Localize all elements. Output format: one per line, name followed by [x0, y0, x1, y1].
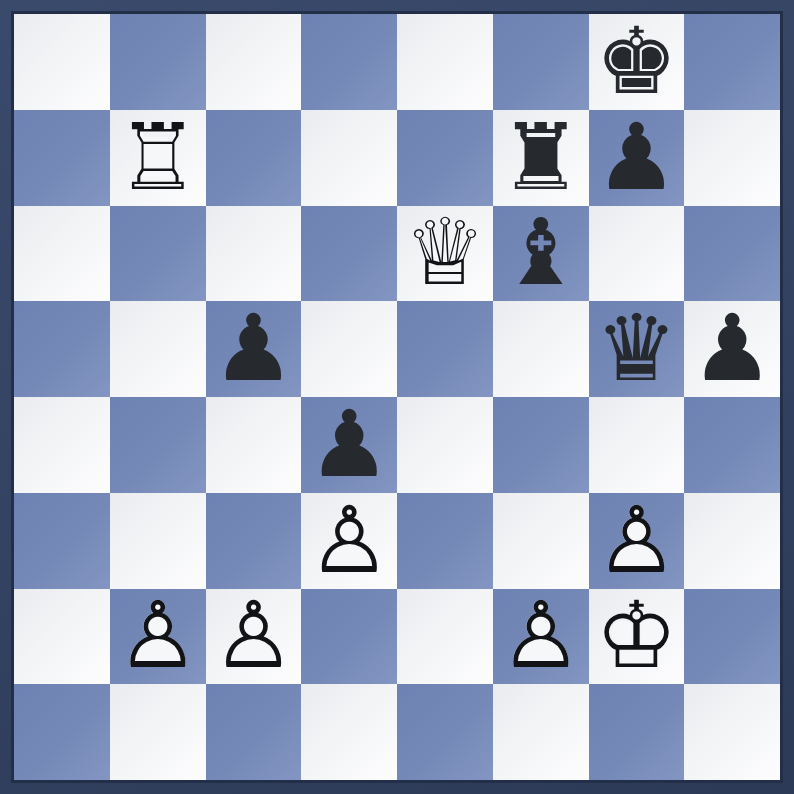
white-pawn-outline-glyph: ♙ [110, 589, 206, 685]
square-e1[interactable] [397, 684, 493, 780]
black-queen-glyph: ♛ [589, 301, 685, 397]
square-g5[interactable]: ♛ [589, 301, 685, 397]
square-d6[interactable] [301, 206, 397, 302]
square-a6[interactable] [14, 206, 110, 302]
black-pawn[interactable]: ♟ [301, 397, 397, 493]
white-king-outline-glyph: ♔ [589, 589, 685, 685]
square-e7[interactable] [397, 110, 493, 206]
square-f1[interactable] [493, 684, 589, 780]
square-d2[interactable] [301, 589, 397, 685]
square-a2[interactable] [14, 589, 110, 685]
black-rook-glyph: ♜ [493, 110, 589, 206]
square-h3[interactable] [684, 493, 780, 589]
square-f7[interactable]: ♜ [493, 110, 589, 206]
square-b5[interactable] [110, 301, 206, 397]
square-c1[interactable] [206, 684, 302, 780]
square-g3[interactable]: ♟♙ [589, 493, 685, 589]
square-e8[interactable] [397, 14, 493, 110]
square-d3[interactable]: ♟♙ [301, 493, 397, 589]
square-g8[interactable]: ♚ [589, 14, 685, 110]
square-c5[interactable]: ♟ [206, 301, 302, 397]
black-pawn-glyph: ♟ [301, 397, 397, 493]
black-king-glyph: ♚ [589, 14, 685, 110]
square-b6[interactable] [110, 206, 206, 302]
black-king[interactable]: ♚ [589, 14, 685, 110]
square-a1[interactable] [14, 684, 110, 780]
white-pawn-outline-glyph: ♙ [493, 589, 589, 685]
square-h7[interactable] [684, 110, 780, 206]
square-a8[interactable] [14, 14, 110, 110]
chess-board: ♚♜♖♜♟♛♕♝♟♛♟♟♟♙♟♙♟♙♟♙♟♙♚♔ [11, 11, 783, 783]
square-a5[interactable] [14, 301, 110, 397]
square-f4[interactable] [493, 397, 589, 493]
square-f5[interactable] [493, 301, 589, 397]
square-e5[interactable] [397, 301, 493, 397]
square-d4[interactable]: ♟ [301, 397, 397, 493]
square-a4[interactable] [14, 397, 110, 493]
square-b2[interactable]: ♟♙ [110, 589, 206, 685]
square-h5[interactable]: ♟ [684, 301, 780, 397]
square-f3[interactable] [493, 493, 589, 589]
square-e6[interactable]: ♛♕ [397, 206, 493, 302]
square-b4[interactable] [110, 397, 206, 493]
square-b7[interactable]: ♜♖ [110, 110, 206, 206]
square-d5[interactable] [301, 301, 397, 397]
black-pawn-glyph: ♟ [684, 301, 780, 397]
square-d8[interactable] [301, 14, 397, 110]
square-g6[interactable] [589, 206, 685, 302]
black-bishop[interactable]: ♝ [493, 206, 589, 302]
white-pawn[interactable]: ♟♙ [206, 589, 302, 685]
square-b1[interactable] [110, 684, 206, 780]
square-a7[interactable] [14, 110, 110, 206]
square-h2[interactable] [684, 589, 780, 685]
white-pawn-outline-glyph: ♙ [206, 589, 302, 685]
black-queen[interactable]: ♛ [589, 301, 685, 397]
square-f6[interactable]: ♝ [493, 206, 589, 302]
board-frame: ♚♜♖♜♟♛♕♝♟♛♟♟♟♙♟♙♟♙♟♙♟♙♚♔ [0, 0, 794, 794]
white-pawn-outline-glyph: ♙ [589, 493, 685, 589]
white-rook-outline-glyph: ♖ [110, 110, 206, 206]
page: ♚♜♖♜♟♛♕♝♟♛♟♟♟♙♟♙♟♙♟♙♟♙♚♔ [0, 0, 794, 794]
black-pawn-glyph: ♟ [589, 110, 685, 206]
square-c7[interactable] [206, 110, 302, 206]
square-g2[interactable]: ♚♔ [589, 589, 685, 685]
white-rook[interactable]: ♜♖ [110, 110, 206, 206]
square-e3[interactable] [397, 493, 493, 589]
square-g4[interactable] [589, 397, 685, 493]
square-c2[interactable]: ♟♙ [206, 589, 302, 685]
white-queen[interactable]: ♛♕ [397, 206, 493, 302]
square-g1[interactable] [589, 684, 685, 780]
square-b3[interactable] [110, 493, 206, 589]
square-h8[interactable] [684, 14, 780, 110]
square-f8[interactable] [493, 14, 589, 110]
white-pawn[interactable]: ♟♙ [589, 493, 685, 589]
square-a3[interactable] [14, 493, 110, 589]
black-pawn-glyph: ♟ [206, 301, 302, 397]
black-pawn[interactable]: ♟ [206, 301, 302, 397]
square-c3[interactable] [206, 493, 302, 589]
square-c8[interactable] [206, 14, 302, 110]
square-c6[interactable] [206, 206, 302, 302]
square-h4[interactable] [684, 397, 780, 493]
white-pawn[interactable]: ♟♙ [301, 493, 397, 589]
square-c4[interactable] [206, 397, 302, 493]
black-bishop-glyph: ♝ [493, 206, 589, 302]
square-e2[interactable] [397, 589, 493, 685]
white-pawn[interactable]: ♟♙ [110, 589, 206, 685]
white-queen-outline-glyph: ♕ [397, 206, 493, 302]
square-f2[interactable]: ♟♙ [493, 589, 589, 685]
square-b8[interactable] [110, 14, 206, 110]
square-h6[interactable] [684, 206, 780, 302]
black-pawn[interactable]: ♟ [684, 301, 780, 397]
square-d7[interactable] [301, 110, 397, 206]
black-rook[interactable]: ♜ [493, 110, 589, 206]
white-king[interactable]: ♚♔ [589, 589, 685, 685]
square-h1[interactable] [684, 684, 780, 780]
white-pawn[interactable]: ♟♙ [493, 589, 589, 685]
square-g7[interactable]: ♟ [589, 110, 685, 206]
white-pawn-outline-glyph: ♙ [301, 493, 397, 589]
square-d1[interactable] [301, 684, 397, 780]
square-e4[interactable] [397, 397, 493, 493]
black-pawn[interactable]: ♟ [589, 110, 685, 206]
